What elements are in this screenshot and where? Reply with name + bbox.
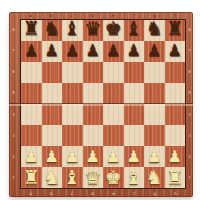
white-pawn[interactable]: ♟ bbox=[45, 149, 59, 165]
rank-label-5: 5 bbox=[188, 83, 192, 104]
black-king[interactable]: ♚ bbox=[105, 19, 122, 38]
white-pawn[interactable]: ♟ bbox=[65, 149, 79, 165]
square-g2[interactable]: ♟ bbox=[144, 146, 165, 167]
rank-label-3: 3 bbox=[188, 125, 192, 146]
black-pawn[interactable]: ♟ bbox=[65, 43, 79, 59]
square-b5[interactable] bbox=[42, 83, 63, 104]
square-h7[interactable]: ♟ bbox=[165, 41, 186, 62]
square-a6[interactable] bbox=[21, 62, 42, 83]
white-bishop[interactable]: ♝ bbox=[64, 168, 81, 187]
square-b6[interactable] bbox=[42, 62, 63, 83]
square-d4[interactable] bbox=[83, 104, 104, 125]
black-pawn[interactable]: ♟ bbox=[168, 43, 182, 59]
file-label-e: e bbox=[103, 192, 124, 196]
square-c1[interactable]: ♝ bbox=[62, 167, 83, 188]
black-rook[interactable]: ♜ bbox=[23, 19, 40, 38]
rank-label-6: 6 bbox=[12, 62, 16, 83]
square-a3[interactable] bbox=[21, 125, 42, 146]
square-c6[interactable] bbox=[62, 62, 83, 83]
square-f4[interactable] bbox=[124, 104, 145, 125]
board-frame: abcdefgh abcdefgh 87654321 87654321 ♜♞♝♛… bbox=[9, 12, 193, 197]
square-e5[interactable] bbox=[103, 83, 124, 104]
rank-labels-left: 87654321 bbox=[12, 19, 16, 189]
square-a1[interactable]: ♜ bbox=[21, 167, 42, 188]
square-a4[interactable] bbox=[21, 104, 42, 125]
white-pawn[interactable]: ♟ bbox=[147, 149, 161, 165]
square-a7[interactable]: ♟ bbox=[21, 41, 42, 62]
file-label-f: f bbox=[124, 192, 145, 196]
black-pawn[interactable]: ♟ bbox=[24, 43, 38, 59]
file-label-c: c bbox=[62, 192, 83, 196]
white-knight[interactable]: ♞ bbox=[43, 168, 60, 187]
rank-label-7: 7 bbox=[12, 40, 16, 61]
square-d3[interactable] bbox=[83, 125, 104, 146]
square-b7[interactable]: ♟ bbox=[42, 41, 63, 62]
square-e1[interactable]: ♚ bbox=[103, 167, 124, 188]
square-g1[interactable]: ♞ bbox=[144, 167, 165, 188]
white-rook[interactable]: ♜ bbox=[166, 168, 183, 187]
file-label-d: d bbox=[82, 192, 103, 196]
rank-label-6: 6 bbox=[188, 62, 192, 83]
black-bishop[interactable]: ♝ bbox=[125, 19, 142, 38]
file-label-g: g bbox=[145, 192, 166, 196]
square-c5[interactable] bbox=[62, 83, 83, 104]
rank-label-4: 4 bbox=[188, 104, 192, 125]
square-g4[interactable] bbox=[144, 104, 165, 125]
black-knight[interactable]: ♞ bbox=[146, 19, 163, 38]
chess-set-photo: abcdefgh abcdefgh 87654321 87654321 ♜♞♝♛… bbox=[0, 0, 200, 200]
white-pawn[interactable]: ♟ bbox=[24, 149, 38, 165]
chess-board: ♜♞♝♛♚♝♞♜♟♟♟♟♟♟♟♟♟♟♟♟♟♟♟♟♜♞♝♛♚♝♞♜ bbox=[20, 19, 186, 189]
square-h3[interactable] bbox=[165, 125, 186, 146]
white-pawn[interactable]: ♟ bbox=[168, 149, 182, 165]
file-label-h: h bbox=[165, 192, 186, 196]
black-pawn[interactable]: ♟ bbox=[106, 43, 120, 59]
file-label-a: a bbox=[20, 192, 41, 196]
black-pawn[interactable]: ♟ bbox=[45, 43, 59, 59]
square-f2[interactable]: ♟ bbox=[124, 146, 145, 167]
black-pawn[interactable]: ♟ bbox=[147, 43, 161, 59]
square-g7[interactable]: ♟ bbox=[144, 41, 165, 62]
white-bishop[interactable]: ♝ bbox=[125, 168, 142, 187]
square-a8[interactable]: ♜ bbox=[21, 20, 42, 41]
black-queen[interactable]: ♛ bbox=[84, 19, 101, 38]
square-f8[interactable]: ♝ bbox=[124, 20, 145, 41]
square-b1[interactable]: ♞ bbox=[42, 167, 63, 188]
rank-label-2: 2 bbox=[188, 147, 192, 168]
rank-label-1: 1 bbox=[188, 168, 192, 189]
square-c7[interactable]: ♟ bbox=[62, 41, 83, 62]
square-h1[interactable]: ♜ bbox=[165, 167, 186, 188]
rank-label-1: 1 bbox=[12, 168, 16, 189]
square-c2[interactable]: ♟ bbox=[62, 146, 83, 167]
white-knight[interactable]: ♞ bbox=[146, 168, 163, 187]
square-d8[interactable]: ♛ bbox=[83, 20, 104, 41]
white-pawn[interactable]: ♟ bbox=[127, 149, 141, 165]
square-h6[interactable] bbox=[165, 62, 186, 83]
square-d5[interactable] bbox=[83, 83, 104, 104]
black-bishop[interactable]: ♝ bbox=[64, 19, 81, 38]
square-g5[interactable] bbox=[144, 83, 165, 104]
square-e4[interactable] bbox=[103, 104, 124, 125]
black-pawn[interactable]: ♟ bbox=[86, 43, 100, 59]
square-e6[interactable] bbox=[103, 62, 124, 83]
rank-label-8: 8 bbox=[188, 19, 192, 40]
black-rook[interactable]: ♜ bbox=[166, 19, 183, 38]
square-h4[interactable] bbox=[165, 104, 186, 125]
square-a5[interactable] bbox=[21, 83, 42, 104]
square-c4[interactable] bbox=[62, 104, 83, 125]
white-king[interactable]: ♚ bbox=[105, 168, 122, 187]
black-pawn[interactable]: ♟ bbox=[127, 43, 141, 59]
square-g8[interactable]: ♞ bbox=[144, 20, 165, 41]
square-e7[interactable]: ♟ bbox=[103, 41, 124, 62]
square-e8[interactable]: ♚ bbox=[103, 20, 124, 41]
white-queen[interactable]: ♛ bbox=[84, 168, 101, 187]
black-knight[interactable]: ♞ bbox=[43, 19, 60, 38]
square-g6[interactable] bbox=[144, 62, 165, 83]
square-d2[interactable]: ♟ bbox=[83, 146, 104, 167]
rank-label-4: 4 bbox=[12, 104, 16, 125]
square-b3[interactable] bbox=[42, 125, 63, 146]
rank-label-5: 5 bbox=[12, 83, 16, 104]
square-c8[interactable]: ♝ bbox=[62, 20, 83, 41]
square-e2[interactable]: ♟ bbox=[103, 146, 124, 167]
rank-label-2: 2 bbox=[12, 147, 16, 168]
rank-label-8: 8 bbox=[12, 19, 16, 40]
square-h8[interactable]: ♜ bbox=[165, 20, 186, 41]
square-d7[interactable]: ♟ bbox=[83, 41, 104, 62]
square-g3[interactable] bbox=[144, 125, 165, 146]
square-f3[interactable] bbox=[124, 125, 145, 146]
square-b2[interactable]: ♟ bbox=[42, 146, 63, 167]
square-h5[interactable] bbox=[165, 83, 186, 104]
square-d6[interactable] bbox=[83, 62, 104, 83]
square-b8[interactable]: ♞ bbox=[42, 20, 63, 41]
white-pawn[interactable]: ♟ bbox=[106, 149, 120, 165]
rank-label-3: 3 bbox=[12, 125, 16, 146]
white-pawn[interactable]: ♟ bbox=[86, 149, 100, 165]
file-labels-bottom: abcdefgh bbox=[20, 192, 186, 196]
square-d1[interactable]: ♛ bbox=[83, 167, 104, 188]
square-e3[interactable] bbox=[103, 125, 124, 146]
white-rook[interactable]: ♜ bbox=[23, 168, 40, 187]
square-f7[interactable]: ♟ bbox=[124, 41, 145, 62]
square-f5[interactable] bbox=[124, 83, 145, 104]
square-b4[interactable] bbox=[42, 104, 63, 125]
square-f6[interactable] bbox=[124, 62, 145, 83]
rank-label-7: 7 bbox=[188, 40, 192, 61]
file-label-b: b bbox=[41, 192, 62, 196]
square-a2[interactable]: ♟ bbox=[21, 146, 42, 167]
rank-labels-right: 87654321 bbox=[188, 19, 192, 189]
square-f1[interactable]: ♝ bbox=[124, 167, 145, 188]
square-h2[interactable]: ♟ bbox=[165, 146, 186, 167]
square-c3[interactable] bbox=[62, 125, 83, 146]
